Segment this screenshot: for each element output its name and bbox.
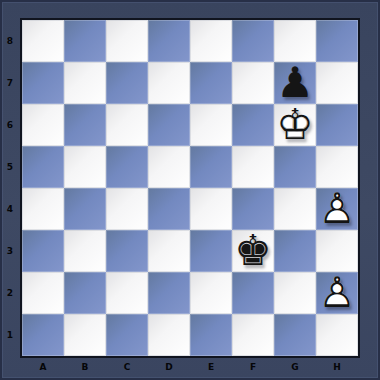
board-frame: ♟♚♔♟♙♚♟♙ 87654321 ABCDEFGH xyxy=(0,0,380,380)
square-f1[interactable] xyxy=(232,314,274,356)
square-d6[interactable] xyxy=(148,104,190,146)
square-a3[interactable] xyxy=(22,230,64,272)
square-a7[interactable] xyxy=(22,62,64,104)
square-f6[interactable] xyxy=(232,104,274,146)
square-g4[interactable] xyxy=(274,188,316,230)
square-f8[interactable] xyxy=(232,20,274,62)
square-d3[interactable] xyxy=(148,230,190,272)
square-c3[interactable] xyxy=(106,230,148,272)
square-f7[interactable] xyxy=(232,62,274,104)
square-a5[interactable] xyxy=(22,146,64,188)
square-b6[interactable] xyxy=(64,104,106,146)
square-c6[interactable] xyxy=(106,104,148,146)
square-d8[interactable] xyxy=(148,20,190,62)
square-h4[interactable]: ♟♙ xyxy=(316,188,358,230)
file-labels: ABCDEFGH xyxy=(22,359,358,375)
black-king[interactable]: ♚ xyxy=(232,230,274,272)
square-d4[interactable] xyxy=(148,188,190,230)
square-g2[interactable] xyxy=(274,272,316,314)
square-c4[interactable] xyxy=(106,188,148,230)
square-b5[interactable] xyxy=(64,146,106,188)
rank-label-7: 7 xyxy=(0,62,20,104)
square-b8[interactable] xyxy=(64,20,106,62)
square-e6[interactable] xyxy=(190,104,232,146)
black-pawn[interactable]: ♟ xyxy=(274,62,316,104)
square-a1[interactable] xyxy=(22,314,64,356)
white-king[interactable]: ♚♔ xyxy=(274,104,316,146)
square-c8[interactable] xyxy=(106,20,148,62)
square-h6[interactable] xyxy=(316,104,358,146)
square-b1[interactable] xyxy=(64,314,106,356)
square-h8[interactable] xyxy=(316,20,358,62)
square-h2[interactable]: ♟♙ xyxy=(316,272,358,314)
file-label-b: B xyxy=(64,359,106,375)
square-a4[interactable] xyxy=(22,188,64,230)
square-a8[interactable] xyxy=(22,20,64,62)
square-f2[interactable] xyxy=(232,272,274,314)
square-g6[interactable]: ♚♔ xyxy=(274,104,316,146)
square-c5[interactable] xyxy=(106,146,148,188)
square-d2[interactable] xyxy=(148,272,190,314)
square-e2[interactable] xyxy=(190,272,232,314)
file-label-f: F xyxy=(232,359,274,375)
square-d7[interactable] xyxy=(148,62,190,104)
square-b3[interactable] xyxy=(64,230,106,272)
rank-labels: 87654321 xyxy=(0,20,20,356)
rank-label-2: 2 xyxy=(0,272,20,314)
square-g3[interactable] xyxy=(274,230,316,272)
square-d1[interactable] xyxy=(148,314,190,356)
square-e4[interactable] xyxy=(190,188,232,230)
square-e3[interactable] xyxy=(190,230,232,272)
rank-label-3: 3 xyxy=(0,230,20,272)
square-h5[interactable] xyxy=(316,146,358,188)
square-f4[interactable] xyxy=(232,188,274,230)
square-c2[interactable] xyxy=(106,272,148,314)
square-g1[interactable] xyxy=(274,314,316,356)
square-b7[interactable] xyxy=(64,62,106,104)
white-pawn[interactable]: ♟♙ xyxy=(316,272,358,314)
square-e8[interactable] xyxy=(190,20,232,62)
piece-outline: ♙ xyxy=(316,272,358,314)
square-c7[interactable] xyxy=(106,62,148,104)
square-g7[interactable]: ♟ xyxy=(274,62,316,104)
square-g8[interactable] xyxy=(274,20,316,62)
rank-label-5: 5 xyxy=(0,146,20,188)
file-label-c: C xyxy=(106,359,148,375)
piece-outline: ♙ xyxy=(316,188,358,230)
square-b2[interactable] xyxy=(64,272,106,314)
white-pawn[interactable]: ♟♙ xyxy=(316,188,358,230)
square-a2[interactable] xyxy=(22,272,64,314)
file-label-h: H xyxy=(316,359,358,375)
file-label-a: A xyxy=(22,359,64,375)
rank-label-8: 8 xyxy=(0,20,20,62)
square-e5[interactable] xyxy=(190,146,232,188)
square-e7[interactable] xyxy=(190,62,232,104)
rank-label-1: 1 xyxy=(0,314,20,356)
rank-label-4: 4 xyxy=(0,188,20,230)
rank-label-6: 6 xyxy=(0,104,20,146)
piece-outline: ♔ xyxy=(274,104,316,146)
file-label-g: G xyxy=(274,359,316,375)
square-h7[interactable] xyxy=(316,62,358,104)
file-label-d: D xyxy=(148,359,190,375)
square-h1[interactable] xyxy=(316,314,358,356)
square-d5[interactable] xyxy=(148,146,190,188)
square-h3[interactable] xyxy=(316,230,358,272)
square-e1[interactable] xyxy=(190,314,232,356)
square-a6[interactable] xyxy=(22,104,64,146)
chess-board: ♟♚♔♟♙♚♟♙ xyxy=(20,18,360,358)
file-label-e: E xyxy=(190,359,232,375)
square-c1[interactable] xyxy=(106,314,148,356)
square-g5[interactable] xyxy=(274,146,316,188)
square-b4[interactable] xyxy=(64,188,106,230)
square-f5[interactable] xyxy=(232,146,274,188)
square-f3[interactable]: ♚ xyxy=(232,230,274,272)
